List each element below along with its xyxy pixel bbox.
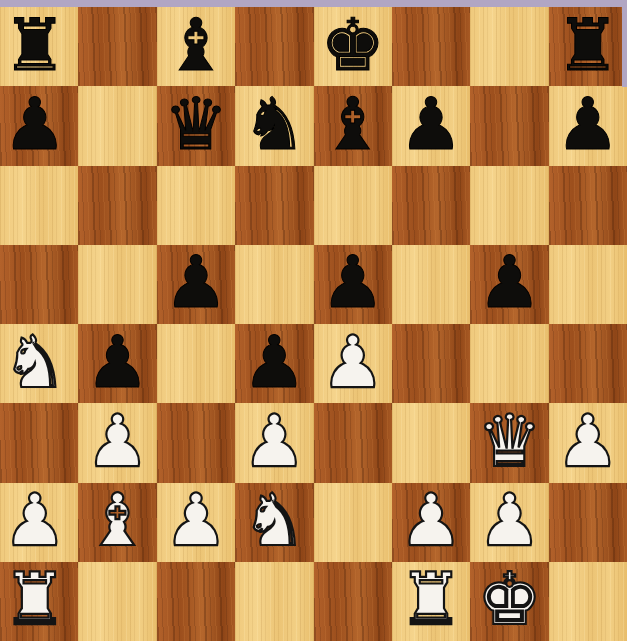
- square-h3[interactable]: ♟: [549, 403, 627, 482]
- white-pawn-icon[interactable]: ♟: [477, 484, 542, 556]
- square-h5[interactable]: [549, 245, 627, 324]
- square-a1[interactable]: ♜: [0, 562, 78, 641]
- square-d5[interactable]: [235, 245, 313, 324]
- square-b2[interactable]: ♝: [78, 483, 156, 562]
- chess-board[interactable]: ♜♝♚♜♟♛♞♝♟♟♟♟♟♞♟♟♟♟♟♛♟♟♝♟♞♟♟♜♜♚: [0, 7, 627, 641]
- white-pawn-icon[interactable]: ♟: [2, 484, 67, 556]
- square-e2[interactable]: [314, 483, 392, 562]
- square-f8[interactable]: [392, 7, 470, 86]
- black-pawn-icon[interactable]: ♟: [164, 246, 229, 318]
- square-d8[interactable]: [235, 7, 313, 86]
- square-b6[interactable]: [78, 166, 156, 245]
- white-pawn-icon[interactable]: ♟: [242, 405, 307, 477]
- square-b3[interactable]: ♟: [78, 403, 156, 482]
- square-g2[interactable]: ♟: [470, 483, 548, 562]
- black-knight-icon[interactable]: ♞: [242, 88, 307, 160]
- white-pawn-icon[interactable]: ♟: [164, 484, 229, 556]
- square-f2[interactable]: ♟: [392, 483, 470, 562]
- white-pawn-icon[interactable]: ♟: [556, 405, 621, 477]
- square-d7[interactable]: ♞: [235, 86, 313, 165]
- square-d4[interactable]: ♟: [235, 324, 313, 403]
- square-h6[interactable]: [549, 166, 627, 245]
- square-a2[interactable]: ♟: [0, 483, 78, 562]
- square-c2[interactable]: ♟: [157, 483, 235, 562]
- square-g4[interactable]: [470, 324, 548, 403]
- square-b7[interactable]: [78, 86, 156, 165]
- square-a6[interactable]: [0, 166, 78, 245]
- black-bishop-icon[interactable]: ♝: [320, 88, 385, 160]
- square-c4[interactable]: [157, 324, 235, 403]
- square-c3[interactable]: [157, 403, 235, 482]
- square-g6[interactable]: [470, 166, 548, 245]
- square-h4[interactable]: [549, 324, 627, 403]
- square-d6[interactable]: [235, 166, 313, 245]
- black-pawn-icon[interactable]: ♟: [399, 88, 464, 160]
- square-f7[interactable]: ♟: [392, 86, 470, 165]
- square-h8[interactable]: ♜: [549, 7, 627, 86]
- square-c5[interactable]: ♟: [157, 245, 235, 324]
- square-e6[interactable]: [314, 166, 392, 245]
- square-e4[interactable]: ♟: [314, 324, 392, 403]
- background-strip-right: [622, 7, 627, 87]
- square-d3[interactable]: ♟: [235, 403, 313, 482]
- square-e3[interactable]: [314, 403, 392, 482]
- white-king-icon[interactable]: ♚: [477, 563, 542, 635]
- square-e5[interactable]: ♟: [314, 245, 392, 324]
- square-g3[interactable]: ♛: [470, 403, 548, 482]
- chess-app-window: ♜♝♚♜♟♛♞♝♟♟♟♟♟♞♟♟♟♟♟♛♟♟♝♟♞♟♟♜♜♚: [0, 0, 627, 641]
- square-g8[interactable]: [470, 7, 548, 86]
- square-b4[interactable]: ♟: [78, 324, 156, 403]
- square-c8[interactable]: ♝: [157, 7, 235, 86]
- square-a4[interactable]: ♞: [0, 324, 78, 403]
- square-h7[interactable]: ♟: [549, 86, 627, 165]
- black-pawn-icon[interactable]: ♟: [320, 246, 385, 318]
- white-rook-icon[interactable]: ♜: [2, 563, 67, 635]
- black-pawn-icon[interactable]: ♟: [242, 326, 307, 398]
- square-a5[interactable]: [0, 245, 78, 324]
- square-g5[interactable]: ♟: [470, 245, 548, 324]
- square-c6[interactable]: [157, 166, 235, 245]
- black-king-icon[interactable]: ♚: [320, 9, 385, 81]
- square-d2[interactable]: ♞: [235, 483, 313, 562]
- black-pawn-icon[interactable]: ♟: [556, 88, 621, 160]
- square-f3[interactable]: [392, 403, 470, 482]
- square-f5[interactable]: [392, 245, 470, 324]
- black-queen-icon[interactable]: ♛: [164, 88, 229, 160]
- square-e7[interactable]: ♝: [314, 86, 392, 165]
- black-bishop-icon[interactable]: ♝: [164, 9, 229, 81]
- black-pawn-icon[interactable]: ♟: [85, 326, 150, 398]
- square-e1[interactable]: [314, 562, 392, 641]
- square-b8[interactable]: [78, 7, 156, 86]
- white-bishop-icon[interactable]: ♝: [85, 484, 150, 556]
- white-pawn-icon[interactable]: ♟: [399, 484, 464, 556]
- square-b5[interactable]: [78, 245, 156, 324]
- black-rook-icon[interactable]: ♜: [2, 9, 67, 81]
- white-knight-icon[interactable]: ♞: [242, 484, 307, 556]
- square-a8[interactable]: ♜: [0, 7, 78, 86]
- white-knight-icon[interactable]: ♞: [2, 326, 67, 398]
- white-queen-icon[interactable]: ♛: [477, 405, 542, 477]
- square-f4[interactable]: [392, 324, 470, 403]
- square-c1[interactable]: [157, 562, 235, 641]
- black-pawn-icon[interactable]: ♟: [477, 246, 542, 318]
- square-g1[interactable]: ♚: [470, 562, 548, 641]
- square-a3[interactable]: [0, 403, 78, 482]
- square-a7[interactable]: ♟: [0, 86, 78, 165]
- black-pawn-icon[interactable]: ♟: [2, 88, 67, 160]
- square-g7[interactable]: [470, 86, 548, 165]
- square-e8[interactable]: ♚: [314, 7, 392, 86]
- square-f6[interactable]: [392, 166, 470, 245]
- square-h2[interactable]: [549, 483, 627, 562]
- square-b1[interactable]: [78, 562, 156, 641]
- square-c7[interactable]: ♛: [157, 86, 235, 165]
- square-h1[interactable]: [549, 562, 627, 641]
- square-f1[interactable]: ♜: [392, 562, 470, 641]
- white-pawn-icon[interactable]: ♟: [320, 326, 385, 398]
- white-rook-icon[interactable]: ♜: [399, 563, 464, 635]
- square-d1[interactable]: [235, 562, 313, 641]
- white-pawn-icon[interactable]: ♟: [85, 405, 150, 477]
- black-rook-icon[interactable]: ♜: [556, 9, 621, 81]
